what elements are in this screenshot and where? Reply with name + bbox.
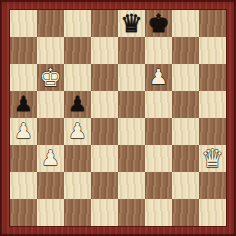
square-b8[interactable] bbox=[37, 10, 64, 37]
square-f8[interactable]: ♚ bbox=[145, 10, 172, 37]
square-b4[interactable] bbox=[37, 118, 64, 145]
piece-white-pawn[interactable]: ♟ bbox=[14, 118, 33, 145]
square-b5[interactable] bbox=[37, 91, 64, 118]
square-a5[interactable]: ♟ bbox=[10, 91, 37, 118]
square-h6[interactable] bbox=[199, 64, 226, 91]
square-g4[interactable] bbox=[172, 118, 199, 145]
square-d8[interactable] bbox=[91, 10, 118, 37]
square-b1[interactable] bbox=[37, 199, 64, 226]
square-c7[interactable] bbox=[64, 37, 91, 64]
square-a1[interactable] bbox=[10, 199, 37, 226]
square-a3[interactable] bbox=[10, 145, 37, 172]
square-e8[interactable]: ♛ bbox=[118, 10, 145, 37]
square-c4[interactable]: ♟ bbox=[64, 118, 91, 145]
square-a7[interactable] bbox=[10, 37, 37, 64]
square-b2[interactable] bbox=[37, 172, 64, 199]
square-d6[interactable] bbox=[91, 64, 118, 91]
square-f3[interactable] bbox=[145, 145, 172, 172]
square-e7[interactable] bbox=[118, 37, 145, 64]
piece-black-queen[interactable]: ♛ bbox=[120, 10, 142, 37]
square-c5[interactable]: ♟ bbox=[64, 91, 91, 118]
square-c8[interactable] bbox=[64, 10, 91, 37]
square-h3[interactable]: ♛ bbox=[199, 145, 226, 172]
square-g7[interactable] bbox=[172, 37, 199, 64]
square-g8[interactable] bbox=[172, 10, 199, 37]
board: ♛♚♚♟♟♟♟♟♟♛ bbox=[10, 10, 226, 226]
square-e2[interactable] bbox=[118, 172, 145, 199]
square-e4[interactable] bbox=[118, 118, 145, 145]
square-c2[interactable] bbox=[64, 172, 91, 199]
piece-white-king[interactable]: ♚ bbox=[39, 64, 61, 91]
square-h7[interactable] bbox=[199, 37, 226, 64]
piece-black-king[interactable]: ♚ bbox=[147, 10, 169, 37]
square-d2[interactable] bbox=[91, 172, 118, 199]
square-b3[interactable]: ♟ bbox=[37, 145, 64, 172]
square-a2[interactable] bbox=[10, 172, 37, 199]
square-g1[interactable] bbox=[172, 199, 199, 226]
square-d3[interactable] bbox=[91, 145, 118, 172]
square-d5[interactable] bbox=[91, 91, 118, 118]
square-a4[interactable]: ♟ bbox=[10, 118, 37, 145]
square-g5[interactable] bbox=[172, 91, 199, 118]
square-f7[interactable] bbox=[145, 37, 172, 64]
square-f5[interactable] bbox=[145, 91, 172, 118]
square-c3[interactable] bbox=[64, 145, 91, 172]
square-b6[interactable]: ♚ bbox=[37, 64, 64, 91]
square-g3[interactable] bbox=[172, 145, 199, 172]
square-e5[interactable] bbox=[118, 91, 145, 118]
piece-white-queen[interactable]: ♛ bbox=[201, 145, 223, 172]
piece-white-pawn[interactable]: ♟ bbox=[68, 118, 87, 145]
piece-black-pawn[interactable]: ♟ bbox=[14, 91, 33, 118]
square-d4[interactable] bbox=[91, 118, 118, 145]
square-a8[interactable] bbox=[10, 10, 37, 37]
piece-white-pawn[interactable]: ♟ bbox=[41, 145, 60, 172]
square-d1[interactable] bbox=[91, 199, 118, 226]
square-h8[interactable] bbox=[199, 10, 226, 37]
square-f6[interactable]: ♟ bbox=[145, 64, 172, 91]
square-h5[interactable] bbox=[199, 91, 226, 118]
square-a6[interactable] bbox=[10, 64, 37, 91]
piece-white-pawn[interactable]: ♟ bbox=[149, 64, 168, 91]
square-d7[interactable] bbox=[91, 37, 118, 64]
chess-board-frame: ♛♚♚♟♟♟♟♟♟♛ bbox=[0, 0, 236, 236]
square-e1[interactable] bbox=[118, 199, 145, 226]
piece-black-pawn[interactable]: ♟ bbox=[68, 91, 87, 118]
square-c1[interactable] bbox=[64, 199, 91, 226]
square-e6[interactable] bbox=[118, 64, 145, 91]
square-f2[interactable] bbox=[145, 172, 172, 199]
square-g2[interactable] bbox=[172, 172, 199, 199]
square-h1[interactable] bbox=[199, 199, 226, 226]
square-b7[interactable] bbox=[37, 37, 64, 64]
square-f4[interactable] bbox=[145, 118, 172, 145]
square-h2[interactable] bbox=[199, 172, 226, 199]
square-h4[interactable] bbox=[199, 118, 226, 145]
square-e3[interactable] bbox=[118, 145, 145, 172]
square-f1[interactable] bbox=[145, 199, 172, 226]
square-c6[interactable] bbox=[64, 64, 91, 91]
square-g6[interactable] bbox=[172, 64, 199, 91]
